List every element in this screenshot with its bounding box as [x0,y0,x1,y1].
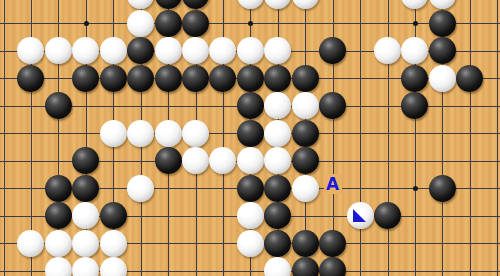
hoshi-point [413,21,418,26]
stone-white[interactable] [182,120,209,147]
stone-white[interactable] [127,10,154,37]
stone-black[interactable] [155,10,182,37]
stone-black[interactable] [72,65,99,92]
stone-white[interactable] [237,202,264,229]
stone-white[interactable] [292,175,319,202]
stone-black[interactable] [100,65,127,92]
stone-white[interactable] [127,120,154,147]
stone-white[interactable] [155,37,182,64]
stone-black[interactable] [100,202,127,229]
grid-line-vertical [497,0,498,276]
stone-black[interactable] [429,175,456,202]
stone-white[interactable] [401,37,428,64]
stone-black[interactable] [45,92,72,119]
go-board-window: A [0,0,500,276]
stone-white[interactable] [17,230,44,257]
stone-black[interactable] [155,147,182,174]
stone-black[interactable] [72,175,99,202]
stone-black[interactable] [237,175,264,202]
stone-black[interactable] [155,65,182,92]
stone-black[interactable] [237,92,264,119]
stone-white[interactable] [264,92,291,119]
hoshi-point [248,21,253,26]
stone-black[interactable] [182,10,209,37]
stone-black[interactable] [182,65,209,92]
stone-black[interactable] [237,65,264,92]
stone-white[interactable] [155,120,182,147]
stone-black[interactable] [292,230,319,257]
stone-white[interactable] [429,65,456,92]
stone-white[interactable] [45,37,72,64]
stone-white[interactable] [237,37,264,64]
stone-black[interactable] [264,202,291,229]
grid-line-vertical [470,0,471,276]
stone-black[interactable] [209,65,236,92]
stone-black[interactable] [456,65,483,92]
stone-white[interactable] [264,0,291,9]
stone-white[interactable] [292,0,319,9]
stone-black[interactable] [45,202,72,229]
stone-black[interactable] [401,92,428,119]
stone-white[interactable] [401,0,428,9]
label-marker-text: A [326,176,339,193]
stone-white[interactable] [72,37,99,64]
stone-black[interactable] [292,65,319,92]
stone-white[interactable] [182,147,209,174]
stone-white[interactable] [237,230,264,257]
stone-black[interactable] [45,175,72,202]
stone-black[interactable] [127,65,154,92]
stone-white[interactable] [127,0,154,9]
stone-white[interactable] [72,257,99,276]
stone-black[interactable] [319,37,346,64]
stone-white[interactable] [264,37,291,64]
stone-black[interactable] [72,147,99,174]
stone-white[interactable] [100,120,127,147]
hoshi-point [413,186,418,191]
stone-white[interactable] [45,230,72,257]
grid-line-vertical [4,0,5,276]
stone-black[interactable] [17,65,44,92]
stone-black[interactable] [264,65,291,92]
stone-black[interactable] [319,230,346,257]
stone-black[interactable] [264,175,291,202]
stone-black[interactable] [429,37,456,64]
grid-line-vertical [360,0,361,276]
stone-white[interactable] [100,257,127,276]
stone-black[interactable] [155,0,182,9]
stone-black[interactable] [292,120,319,147]
stone-black[interactable] [182,0,209,9]
stone-white[interactable] [292,92,319,119]
stone-black[interactable] [264,230,291,257]
stone-white[interactable] [429,0,456,9]
stone-white[interactable] [237,147,264,174]
stone-white[interactable] [17,37,44,64]
stone-white[interactable] [45,257,72,276]
stone-white[interactable] [100,37,127,64]
stone-black[interactable] [429,10,456,37]
label-marker-A[interactable]: A [324,174,342,194]
stone-black[interactable] [292,257,319,276]
stone-black[interactable] [319,92,346,119]
stone-white[interactable] [264,257,291,276]
stone-white[interactable] [209,37,236,64]
stone-black[interactable] [374,202,401,229]
stone-white[interactable] [182,37,209,64]
stone-white[interactable] [100,230,127,257]
stone-white[interactable] [72,202,99,229]
stone-black[interactable] [319,257,346,276]
stone-white[interactable] [72,230,99,257]
stone-black[interactable] [401,65,428,92]
stone-black[interactable] [127,37,154,64]
stone-white[interactable] [264,120,291,147]
stone-white[interactable] [264,147,291,174]
stone-black[interactable] [237,120,264,147]
last-move-triangle-marker [353,209,366,222]
stone-white[interactable] [209,147,236,174]
stone-black[interactable] [292,147,319,174]
stone-white[interactable] [237,0,264,9]
stone-white[interactable] [374,37,401,64]
stone-white[interactable] [127,175,154,202]
hoshi-point [84,21,89,26]
